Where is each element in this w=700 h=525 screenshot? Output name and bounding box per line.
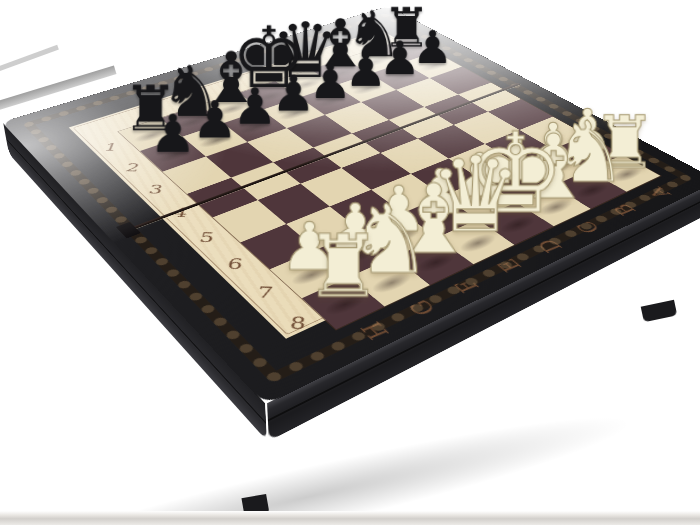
piece-glyph: ♟ (271, 69, 315, 118)
chess-board[interactable]: ♜♞♝♚♛♝♞♜♟♟♟♟♟♟♟♟♟♟♟♟♟♟♟♟♜♞♝♛♚♝♞♜ (119, 38, 661, 330)
file-label: C (571, 218, 605, 236)
piece-glyph: ♟ (232, 81, 277, 131)
file-label: E (492, 256, 527, 275)
file-label: F (449, 276, 484, 296)
file-label: H (355, 318, 395, 343)
piece-glyph: ♜ (304, 224, 381, 310)
case-ground-shadow (80, 393, 639, 525)
chess-case: ♜♞♝♚♛♝♞♜♟♟♟♟♟♟♟♟♟♟♟♟♟♟♟♟♜♞♝♛♚♝♞♜ 1234567… (2, 6, 700, 405)
case-far-corner-sliver-2 (0, 45, 59, 72)
square-g6[interactable] (396, 78, 458, 107)
file-label: B (608, 201, 641, 217)
greek-key-border: ♜♞♝♚♛♝♞♜♟♟♟♟♟♟♟♟♟♟♟♟♟♟♟♟♜♞♝♛♚♝♞♜ 1234567… (22, 13, 694, 384)
table-edge (0, 511, 700, 525)
rank-label: 7 (256, 283, 274, 302)
square-c6[interactable] (247, 128, 313, 162)
square-a7[interactable]: ♟ (140, 137, 206, 172)
file-label: A (644, 185, 676, 201)
photo-backdrop: ♜♞♝♚♛♝♞♜♟♟♟♟♟♟♟♟♟♟♟♟♟♟♟♟♜♞♝♛♚♝♞♜ 1234567… (0, 0, 700, 525)
piece-glyph: ♟ (149, 108, 196, 160)
rank-label: 8 (289, 313, 307, 333)
file-label: G (403, 297, 441, 319)
piece-glyph: ♟ (192, 94, 238, 145)
case-foot (641, 300, 678, 323)
square-a1[interactable]: ♜ (302, 277, 384, 329)
file-label: D (532, 236, 567, 255)
rank-label: 6 (226, 255, 244, 272)
rank-label: 3 (147, 182, 165, 196)
